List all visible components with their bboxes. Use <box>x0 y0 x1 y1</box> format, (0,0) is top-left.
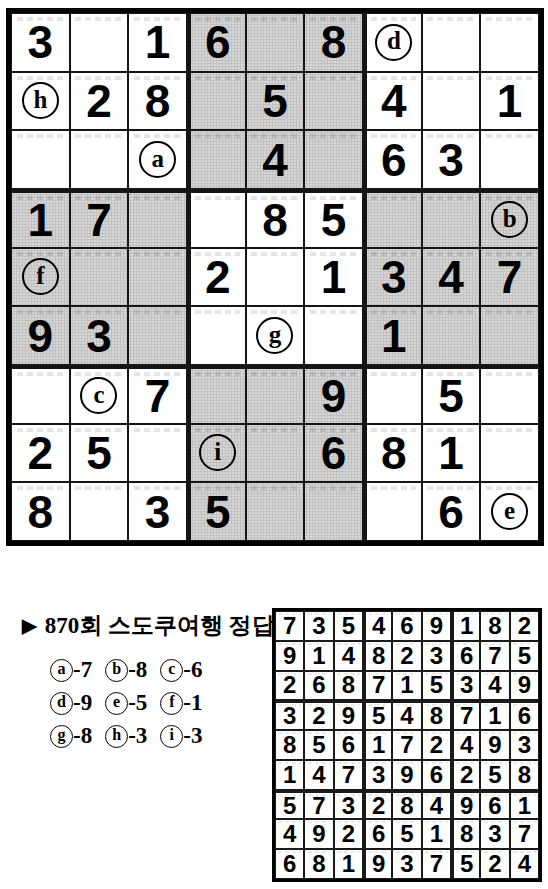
solution-cell: 5 <box>480 760 509 790</box>
puzzle-cell: 1 <box>128 13 187 72</box>
circled-letter: i <box>199 434 236 471</box>
puzzle-cell: 3 <box>70 306 129 365</box>
solution-cell: 5 <box>392 819 421 849</box>
solution-cell: 9 <box>363 849 392 879</box>
solution-cell: 2 <box>480 849 509 879</box>
puzzle-cell: 8 <box>304 13 363 72</box>
answer-key: a-7b-8c-6d-9e-5f-1g-8h-3i-3 <box>50 657 203 749</box>
circled-letter: d <box>375 24 412 61</box>
solution-cell: 4 <box>392 700 421 730</box>
solution-digit: 9 <box>283 644 296 668</box>
solution-digit: 9 <box>518 673 531 697</box>
solution-digit: 5 <box>518 644 531 668</box>
solution-digit: 5 <box>312 733 325 757</box>
solution-cell: 4 <box>510 849 539 879</box>
solution-cell: 6 <box>510 700 539 730</box>
solution-digit: 9 <box>430 614 443 638</box>
answer-entry: f-1 <box>160 690 202 716</box>
puzzle-cell: 7 <box>128 365 187 424</box>
given-digit: 3 <box>438 137 464 183</box>
solution-grid: 7354691829148236752687153493295487168561… <box>272 608 542 882</box>
circled-letter: b <box>105 659 128 682</box>
given-digit: 6 <box>321 430 347 476</box>
answer-value: -8 <box>128 657 147 683</box>
solution-cell: 7 <box>275 611 304 641</box>
given-digit: 7 <box>497 254 523 300</box>
solution-cell: 2 <box>334 819 363 849</box>
solution-cell: 9 <box>275 641 304 671</box>
solution-cell: 8 <box>480 611 509 641</box>
solution-cell: 6 <box>392 611 421 641</box>
solution-digit: 6 <box>283 852 296 876</box>
circled-letter: c <box>80 377 117 414</box>
puzzle-cell: 1 <box>480 72 539 131</box>
solution-cell: 7 <box>510 819 539 849</box>
solution-digit: 7 <box>430 852 443 876</box>
solution-cell: 3 <box>480 819 509 849</box>
puzzle-cell: 4 <box>363 72 422 131</box>
solution-cell: 9 <box>334 700 363 730</box>
puzzle-cell <box>363 189 422 248</box>
puzzle-cell <box>246 424 305 483</box>
puzzle-cell: 5 <box>70 424 129 483</box>
puzzle-cell: 8 <box>128 72 187 131</box>
given-digit: 7 <box>145 373 171 419</box>
solution-digit: 1 <box>460 614 473 638</box>
solution-digit: 5 <box>283 794 296 818</box>
solution-cell: 9 <box>510 671 539 701</box>
given-digit: 8 <box>145 78 171 124</box>
solution-digit: 3 <box>400 852 413 876</box>
answer-entry: d-9 <box>50 690 92 716</box>
puzzle-cell <box>480 365 539 424</box>
solution-digit: 3 <box>430 644 443 668</box>
solution-cell: 7 <box>334 760 363 790</box>
solution-cell: 4 <box>451 730 480 760</box>
solution-digit: 7 <box>372 673 385 697</box>
solution-digit: 6 <box>460 644 473 668</box>
solution-digit: 5 <box>342 614 355 638</box>
solution-digit: 4 <box>312 763 325 787</box>
answer-entry: i-3 <box>160 723 202 749</box>
given-digit: 5 <box>262 78 288 124</box>
puzzle-cell: 8 <box>11 482 70 541</box>
puzzle-cell <box>304 482 363 541</box>
solution-digit: 9 <box>488 733 501 757</box>
puzzle-grid: 3168dh28541a4631785bf2134793g1c79525i681… <box>6 8 544 546</box>
given-digit: 1 <box>145 19 171 65</box>
circled-letter: b <box>491 201 528 238</box>
solution-digit: 2 <box>488 852 501 876</box>
puzzle-cell <box>304 306 363 365</box>
puzzle-cell: f <box>11 248 70 307</box>
circled-letter: d <box>50 692 73 715</box>
puzzle-cell: 3 <box>363 248 422 307</box>
answers-heading: ▶ 870회 스도쿠여행 정답 <box>22 610 275 641</box>
puzzle-cell <box>70 13 129 72</box>
given-digit: 8 <box>262 197 288 243</box>
solution-digit: 8 <box>460 822 473 846</box>
puzzle-cell <box>480 130 539 189</box>
circled-letter: h <box>105 725 128 748</box>
puzzle-cell <box>246 13 305 72</box>
solution-digit: 1 <box>400 673 413 697</box>
answer-value: -9 <box>73 690 92 716</box>
circled-letter: g <box>256 317 293 354</box>
solution-digit: 8 <box>488 614 501 638</box>
circled-letter: h <box>22 82 59 119</box>
puzzle-cell: 1 <box>304 248 363 307</box>
solution-digit: 6 <box>518 704 531 728</box>
solution-cell: 8 <box>304 849 333 879</box>
solution-digit: 4 <box>283 822 296 846</box>
puzzle-cell <box>422 72 481 131</box>
solution-cell: 1 <box>363 730 392 760</box>
puzzle-cell: 2 <box>187 248 246 307</box>
puzzle-cell <box>246 482 305 541</box>
puzzle-cell: 1 <box>363 306 422 365</box>
solution-cell: 3 <box>422 641 451 671</box>
solution-digit: 7 <box>460 704 473 728</box>
solution-digit: 7 <box>400 733 413 757</box>
solution-digit: 6 <box>372 822 385 846</box>
solution-digit: 3 <box>283 704 296 728</box>
solution-cell: 8 <box>451 819 480 849</box>
given-digit: 7 <box>86 197 112 243</box>
solution-cell: 2 <box>392 641 421 671</box>
solution-digit: 8 <box>400 794 413 818</box>
puzzle-cell: g <box>246 306 305 365</box>
answer-entry: h-3 <box>105 723 147 749</box>
solution-digit: 6 <box>488 794 501 818</box>
circled-letter: i <box>160 725 183 748</box>
solution-digit: 3 <box>518 733 531 757</box>
solution-digit: 1 <box>283 763 296 787</box>
answer-entry: b-8 <box>105 657 147 683</box>
solution-digit: 1 <box>372 733 385 757</box>
given-digit: 2 <box>86 78 112 124</box>
circled-letter: c <box>160 659 183 682</box>
puzzle-cell <box>11 130 70 189</box>
given-digit: 6 <box>438 489 464 535</box>
solution-digit: 6 <box>430 763 443 787</box>
given-digit: 9 <box>28 313 54 359</box>
given-digit: 3 <box>381 254 407 300</box>
given-digit: 4 <box>381 78 407 124</box>
given-digit: 3 <box>28 19 54 65</box>
solution-cell: 4 <box>480 671 509 701</box>
puzzle-cell <box>246 365 305 424</box>
solution-digit: 5 <box>372 704 385 728</box>
solution-cell: 6 <box>480 790 509 820</box>
puzzle-cell <box>480 13 539 72</box>
puzzle-cell: 4 <box>422 248 481 307</box>
given-digit: 2 <box>205 254 231 300</box>
given-digit: 4 <box>438 254 464 300</box>
solution-digit: 6 <box>312 673 325 697</box>
solution-digit: 2 <box>400 644 413 668</box>
solution-digit: 2 <box>312 704 325 728</box>
given-digit: 1 <box>321 254 347 300</box>
puzzle-cell: 1 <box>422 424 481 483</box>
puzzle-cell: 7 <box>70 189 129 248</box>
given-digit: 5 <box>205 489 231 535</box>
answer-entry: c-6 <box>160 657 202 683</box>
solution-digit: 2 <box>372 794 385 818</box>
solution-digit: 7 <box>518 822 531 846</box>
puzzle-cell: 5 <box>246 72 305 131</box>
solution-cell: 3 <box>334 790 363 820</box>
solution-cell: 7 <box>304 790 333 820</box>
solution-digit: 8 <box>342 673 355 697</box>
answer-value: -7 <box>73 657 92 683</box>
puzzle-cell: e <box>480 482 539 541</box>
solution-cell: 1 <box>510 790 539 820</box>
puzzle-cell <box>128 189 187 248</box>
puzzle-cell <box>128 424 187 483</box>
puzzle-cell: 4 <box>246 130 305 189</box>
circled-letter: g <box>50 725 73 748</box>
solution-cell: 7 <box>363 671 392 701</box>
solution-cell: 6 <box>275 849 304 879</box>
answers-section: ▶ 870회 스도쿠여행 정답 a-7b-8c-6d-9e-5f-1g-8h-3… <box>22 610 275 749</box>
solution-digit: 3 <box>488 822 501 846</box>
solution-cell: 8 <box>510 760 539 790</box>
solution-digit: 5 <box>400 822 413 846</box>
solution-cell: 3 <box>451 671 480 701</box>
solution-cell: 4 <box>422 790 451 820</box>
puzzle-cell: 3 <box>128 482 187 541</box>
puzzle-cell: i <box>187 424 246 483</box>
puzzle-cell: 5 <box>187 482 246 541</box>
solution-digit: 8 <box>430 704 443 728</box>
puzzle-cell: d <box>363 13 422 72</box>
solution-cell: 4 <box>275 819 304 849</box>
given-digit: 5 <box>86 430 112 476</box>
circled-letter: a <box>139 141 176 178</box>
puzzle-cell <box>304 130 363 189</box>
solution-cell: 2 <box>304 700 333 730</box>
solution-digit: 7 <box>283 614 296 638</box>
solution-cell: 9 <box>480 730 509 760</box>
puzzle-cell: 7 <box>480 248 539 307</box>
circled-letter: f <box>22 258 59 295</box>
given-digit: 3 <box>145 489 171 535</box>
solution-digit: 9 <box>372 852 385 876</box>
solution-cell: 5 <box>510 641 539 671</box>
given-digit: 6 <box>205 19 231 65</box>
solution-cell: 9 <box>392 760 421 790</box>
puzzle-cell: c <box>70 365 129 424</box>
solution-digit: 4 <box>430 794 443 818</box>
solution-cell: 2 <box>510 611 539 641</box>
puzzle-cell: 1 <box>11 189 70 248</box>
solution-digit: 9 <box>342 704 355 728</box>
answer-entry: a-7 <box>50 657 92 683</box>
puzzle-cell: b <box>480 189 539 248</box>
puzzle-cell <box>128 248 187 307</box>
puzzle-cell: 2 <box>70 72 129 131</box>
puzzle-cell: 5 <box>304 189 363 248</box>
given-digit: 1 <box>497 78 523 124</box>
solution-cell: 4 <box>304 760 333 790</box>
given-digit: 8 <box>321 19 347 65</box>
puzzle-cell <box>422 306 481 365</box>
solution-digit: 3 <box>312 614 325 638</box>
solution-digit: 4 <box>342 644 355 668</box>
solution-digit: 6 <box>342 733 355 757</box>
answer-value: -8 <box>73 723 92 749</box>
puzzle-cell <box>304 72 363 131</box>
puzzle-cell: h <box>11 72 70 131</box>
solution-cell: 6 <box>334 730 363 760</box>
puzzle-cell <box>422 189 481 248</box>
solution-digit: 5 <box>488 763 501 787</box>
solution-cell: 8 <box>275 730 304 760</box>
circled-letter: a <box>50 659 73 682</box>
puzzle-cell <box>480 306 539 365</box>
solution-cell: 1 <box>392 671 421 701</box>
solution-digit: 2 <box>342 822 355 846</box>
solution-digit: 4 <box>488 673 501 697</box>
circled-letter: e <box>105 692 128 715</box>
puzzle-cell <box>187 306 246 365</box>
solution-digit: 3 <box>460 673 473 697</box>
solution-digit: 8 <box>372 644 385 668</box>
puzzle-cell <box>187 365 246 424</box>
solution-cell: 1 <box>334 849 363 879</box>
solution-digit: 9 <box>312 822 325 846</box>
solution-digit: 8 <box>283 733 296 757</box>
puzzle-cell: 8 <box>246 189 305 248</box>
solution-cell: 3 <box>275 700 304 730</box>
puzzle-cell: 6 <box>187 13 246 72</box>
given-digit: 5 <box>438 373 464 419</box>
answers-heading-text: 870회 스도쿠여행 정답 <box>45 610 275 641</box>
solution-digit: 3 <box>372 763 385 787</box>
solution-cell: 1 <box>275 760 304 790</box>
given-digit: 1 <box>381 313 407 359</box>
puzzle-cell <box>128 306 187 365</box>
solution-digit: 2 <box>283 673 296 697</box>
solution-cell: 6 <box>422 760 451 790</box>
solution-cell: 1 <box>422 819 451 849</box>
answer-value: -3 <box>183 723 202 749</box>
solution-cell: 5 <box>334 611 363 641</box>
circled-letter: f <box>160 692 183 715</box>
puzzle-cell: 5 <box>422 365 481 424</box>
solution-cell: 9 <box>304 819 333 849</box>
solution-digit: 9 <box>400 763 413 787</box>
solution-cell: 5 <box>451 849 480 879</box>
solution-digit: 8 <box>518 763 531 787</box>
answer-entry: e-5 <box>105 690 147 716</box>
solution-cell: 5 <box>422 671 451 701</box>
solution-digit: 1 <box>312 644 325 668</box>
puzzle-cell <box>70 130 129 189</box>
solution-digit: 5 <box>430 673 443 697</box>
solution-cell: 2 <box>363 790 392 820</box>
solution-cell: 2 <box>451 760 480 790</box>
solution-digit: 2 <box>518 614 531 638</box>
solution-cell: 1 <box>480 700 509 730</box>
solution-digit: 8 <box>312 852 325 876</box>
answer-value: -1 <box>183 690 202 716</box>
given-digit: 5 <box>321 197 347 243</box>
puzzle-cell <box>363 482 422 541</box>
solution-cell: 6 <box>363 819 392 849</box>
solution-cell: 9 <box>451 790 480 820</box>
solution-digit: 2 <box>460 763 473 787</box>
puzzle-cell: a <box>128 130 187 189</box>
circled-letter: e <box>491 493 528 530</box>
answer-value: -5 <box>128 690 147 716</box>
given-digit: 9 <box>321 373 347 419</box>
solution-cell: 7 <box>392 730 421 760</box>
solution-cell: 4 <box>334 641 363 671</box>
solution-digit: 1 <box>342 852 355 876</box>
solution-digit: 1 <box>518 794 531 818</box>
puzzle-cell <box>480 424 539 483</box>
solution-digit: 2 <box>430 733 443 757</box>
solution-cell: 6 <box>304 671 333 701</box>
solution-digit: 7 <box>312 794 325 818</box>
solution-cell: 3 <box>510 730 539 760</box>
solution-cell: 1 <box>451 611 480 641</box>
solution-cell: 8 <box>363 641 392 671</box>
solution-digit: 7 <box>342 763 355 787</box>
solution-digit: 4 <box>518 852 531 876</box>
given-digit: 3 <box>86 313 112 359</box>
solution-cell: 3 <box>363 760 392 790</box>
puzzle-cell: 8 <box>363 424 422 483</box>
solution-digit: 5 <box>460 852 473 876</box>
puzzle-cell <box>363 365 422 424</box>
solution-cell: 9 <box>422 611 451 641</box>
answer-entry: g-8 <box>50 723 92 749</box>
answer-value: -6 <box>183 657 202 683</box>
solution-cell: 5 <box>275 790 304 820</box>
solution-cell: 7 <box>451 700 480 730</box>
given-digit: 4 <box>262 137 288 183</box>
answer-value: -3 <box>128 723 147 749</box>
solution-digit: 7 <box>488 644 501 668</box>
puzzle-cell: 6 <box>363 130 422 189</box>
puzzle-cell: 6 <box>422 482 481 541</box>
given-digit: 2 <box>28 430 54 476</box>
given-digit: 6 <box>381 137 407 183</box>
solution-cell: 2 <box>422 730 451 760</box>
solution-digit: 1 <box>430 822 443 846</box>
given-digit: 1 <box>28 197 54 243</box>
solution-digit: 1 <box>488 704 501 728</box>
puzzle-cell <box>70 248 129 307</box>
solution-digit: 6 <box>400 614 413 638</box>
puzzle-cell <box>422 13 481 72</box>
solution-cell: 8 <box>392 790 421 820</box>
solution-cell: 7 <box>480 641 509 671</box>
puzzle-cell: 3 <box>11 13 70 72</box>
puzzle-cell <box>11 365 70 424</box>
puzzle-cell: 3 <box>422 130 481 189</box>
puzzle-cell <box>187 72 246 131</box>
solution-cell: 8 <box>334 671 363 701</box>
puzzle-cell <box>187 189 246 248</box>
solution-digit: 3 <box>342 794 355 818</box>
given-digit: 1 <box>438 430 464 476</box>
solution-cell: 3 <box>304 611 333 641</box>
solution-cell: 1 <box>304 641 333 671</box>
